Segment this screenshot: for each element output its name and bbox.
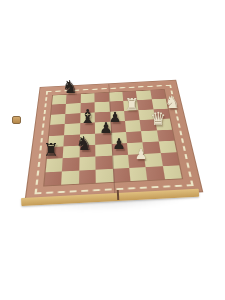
board-square-a1[interactable] bbox=[44, 171, 62, 185]
board-square-b2[interactable] bbox=[62, 158, 79, 172]
board-square-e1[interactable] bbox=[112, 168, 130, 182]
black-pawn-d4[interactable]: ♟ bbox=[99, 121, 112, 136]
black-knight-c3[interactable]: ♞ bbox=[75, 134, 92, 153]
board-square-e2[interactable] bbox=[112, 155, 129, 169]
board-square-g4[interactable] bbox=[141, 130, 158, 142]
white-rook-f6[interactable]: ♜ bbox=[125, 97, 139, 113]
board-square-f4[interactable] bbox=[126, 131, 143, 143]
black-knight-a8[interactable]: ♞ bbox=[62, 78, 78, 96]
board-square-a2[interactable] bbox=[46, 158, 63, 172]
black-pawn-e3[interactable]: ♟ bbox=[112, 137, 125, 152]
board-square-b1[interactable] bbox=[62, 170, 79, 184]
black-bishop-c5[interactable]: ♝ bbox=[79, 107, 96, 126]
board-square-h4[interactable] bbox=[157, 129, 175, 141]
white-pawn-f2[interactable]: ♟ bbox=[135, 147, 148, 161]
white-knight-h7[interactable]: ♞ bbox=[164, 94, 179, 111]
board-square-f5[interactable] bbox=[125, 120, 141, 132]
board-square-d3[interactable] bbox=[95, 144, 111, 157]
board-square-d1[interactable] bbox=[96, 169, 113, 183]
board-square-h2[interactable] bbox=[160, 152, 179, 165]
board-square-h1[interactable] bbox=[162, 165, 181, 179]
photo-scene: ♞♝♟♟♞♟♜♜♞♛♟ bbox=[0, 0, 225, 300]
black-rook-a2[interactable]: ♜ bbox=[43, 141, 59, 159]
board-square-f1[interactable] bbox=[129, 167, 147, 181]
latch-clasp bbox=[12, 116, 21, 124]
board-square-c2[interactable] bbox=[79, 157, 96, 171]
board-square-h3[interactable] bbox=[158, 141, 176, 154]
board-square-d2[interactable] bbox=[96, 156, 113, 170]
board-square-c1[interactable] bbox=[79, 169, 96, 183]
white-queen-g5[interactable]: ♛ bbox=[150, 110, 166, 128]
